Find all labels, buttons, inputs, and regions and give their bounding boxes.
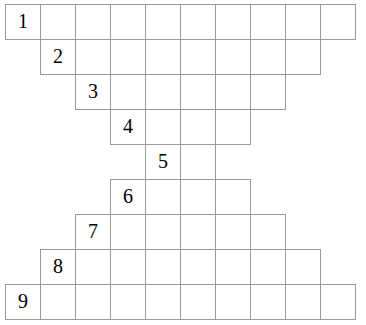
grid-cell[interactable] (145, 214, 181, 250)
grid-cell[interactable] (285, 4, 321, 40)
grid-cell[interactable] (180, 249, 216, 285)
clue-cell-2[interactable]: 2 (40, 39, 76, 75)
clue-cell-7[interactable]: 7 (75, 214, 111, 250)
grid-cell[interactable] (180, 284, 216, 320)
grid-cell[interactable] (215, 284, 251, 320)
grid-cell[interactable] (110, 249, 146, 285)
grid-cell[interactable] (40, 4, 76, 40)
clue-number: 5 (158, 151, 168, 171)
grid-cell[interactable] (110, 214, 146, 250)
clue-cell-1[interactable]: 1 (5, 4, 41, 40)
clue-cell-3[interactable]: 3 (75, 74, 111, 110)
grid-cell[interactable] (320, 4, 356, 40)
grid-cell[interactable] (320, 284, 356, 320)
clue-cell-8[interactable]: 8 (40, 249, 76, 285)
puzzle-grid: 123456789 (5, 4, 355, 319)
puzzle-page: 123456789 (0, 0, 366, 325)
grid-cell[interactable] (110, 4, 146, 40)
grid-cell[interactable] (145, 249, 181, 285)
grid-cell[interactable] (215, 109, 251, 145)
grid-cell[interactable] (180, 74, 216, 110)
grid-cell[interactable] (180, 214, 216, 250)
clue-number: 4 (123, 116, 133, 136)
grid-cell[interactable] (215, 4, 251, 40)
grid-cell[interactable] (250, 214, 286, 250)
clue-number: 3 (88, 81, 98, 101)
grid-cell[interactable] (145, 4, 181, 40)
grid-cell[interactable] (250, 74, 286, 110)
grid-cell[interactable] (145, 74, 181, 110)
grid-cell[interactable] (180, 179, 216, 215)
clue-number: 7 (88, 221, 98, 241)
grid-cell[interactable] (75, 284, 111, 320)
grid-cell[interactable] (215, 39, 251, 75)
grid-cell[interactable] (250, 284, 286, 320)
grid-cell[interactable] (75, 4, 111, 40)
grid-cell[interactable] (145, 109, 181, 145)
grid-cell[interactable] (110, 74, 146, 110)
clue-number: 9 (18, 291, 28, 311)
grid-cell[interactable] (145, 284, 181, 320)
grid-cell[interactable] (215, 179, 251, 215)
grid-cell[interactable] (145, 39, 181, 75)
clue-cell-9[interactable]: 9 (5, 284, 41, 320)
grid-cell[interactable] (215, 249, 251, 285)
grid-cell[interactable] (180, 109, 216, 145)
grid-cell[interactable] (180, 39, 216, 75)
clue-number: 1 (18, 11, 28, 31)
grid-cell[interactable] (250, 39, 286, 75)
grid-cell[interactable] (40, 284, 76, 320)
clue-cell-4[interactable]: 4 (110, 109, 146, 145)
grid-cell[interactable] (250, 4, 286, 40)
clue-number: 8 (53, 256, 63, 276)
grid-cell[interactable] (110, 284, 146, 320)
grid-cell[interactable] (285, 39, 321, 75)
grid-cell[interactable] (215, 214, 251, 250)
clue-number: 2 (53, 46, 63, 66)
clue-number: 6 (123, 186, 133, 206)
grid-cell[interactable] (180, 144, 216, 180)
grid-cell[interactable] (180, 4, 216, 40)
clue-cell-6[interactable]: 6 (110, 179, 146, 215)
grid-cell[interactable] (285, 284, 321, 320)
grid-cell[interactable] (110, 39, 146, 75)
grid-cell[interactable] (250, 249, 286, 285)
grid-cell[interactable] (75, 249, 111, 285)
grid-cell[interactable] (75, 39, 111, 75)
grid-cell[interactable] (215, 74, 251, 110)
grid-cell[interactable] (145, 179, 181, 215)
grid-cell[interactable] (285, 249, 321, 285)
clue-cell-5[interactable]: 5 (145, 144, 181, 180)
